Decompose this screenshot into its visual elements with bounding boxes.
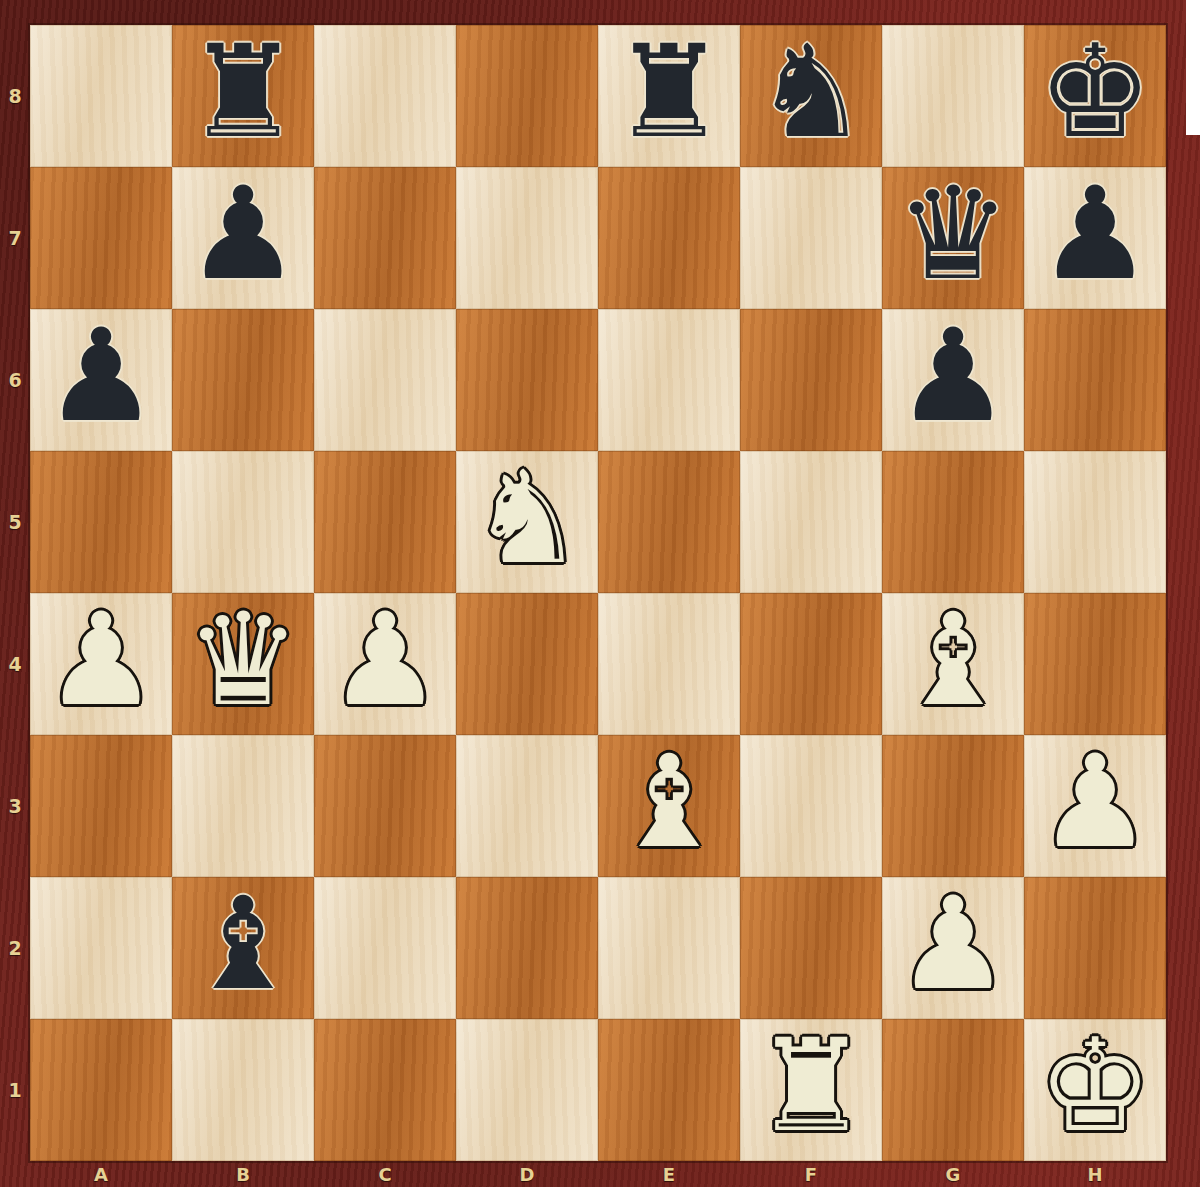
black-pawn-h7[interactable]: ♟ <box>1038 170 1153 298</box>
file-labels: ABCDEFGH <box>30 1161 1166 1187</box>
square-g6[interactable]: ♟ <box>882 309 1024 451</box>
square-a5[interactable] <box>30 451 172 593</box>
square-a2[interactable] <box>30 877 172 1019</box>
square-c7[interactable] <box>314 167 456 309</box>
square-b4[interactable]: ♛ <box>172 593 314 735</box>
square-a6[interactable]: ♟ <box>30 309 172 451</box>
square-f6[interactable] <box>740 309 882 451</box>
file-label-H: H <box>1024 1161 1166 1187</box>
chess-board: ♜♜♞♚♟♛♟♟♟♞♟♛♟♝♝♟♝♟♜♚ <box>30 25 1166 1161</box>
square-g2[interactable]: ♟ <box>882 877 1024 1019</box>
rank-label-4: 4 <box>0 593 30 735</box>
rank-label-5: 5 <box>0 451 30 593</box>
white-queen-b4[interactable]: ♛ <box>186 596 301 724</box>
white-bishop-e3[interactable]: ♝ <box>612 738 727 866</box>
square-f2[interactable] <box>740 877 882 1019</box>
square-g8[interactable] <box>882 25 1024 167</box>
square-d8[interactable] <box>456 25 598 167</box>
square-d7[interactable] <box>456 167 598 309</box>
square-g1[interactable] <box>882 1019 1024 1161</box>
file-label-A: A <box>30 1161 172 1187</box>
black-king-h8[interactable]: ♚ <box>1038 28 1153 156</box>
square-d4[interactable] <box>456 593 598 735</box>
square-e7[interactable] <box>598 167 740 309</box>
square-a4[interactable]: ♟ <box>30 593 172 735</box>
white-king-h1[interactable]: ♚ <box>1038 1022 1153 1150</box>
rank-label-3: 3 <box>0 735 30 877</box>
square-a1[interactable] <box>30 1019 172 1161</box>
square-h8[interactable]: ♚ <box>1024 25 1166 167</box>
black-knight-f8[interactable]: ♞ <box>754 28 869 156</box>
chess-board-frame: 87654321 ♜♜♞♚♟♛♟♟♟♞♟♛♟♝♝♟♝♟♜♚ ABCDEFGH <box>0 0 1200 1187</box>
square-a7[interactable] <box>30 167 172 309</box>
square-h3[interactable]: ♟ <box>1024 735 1166 877</box>
square-e6[interactable] <box>598 309 740 451</box>
square-b8[interactable]: ♜ <box>172 25 314 167</box>
square-g3[interactable] <box>882 735 1024 877</box>
square-h1[interactable]: ♚ <box>1024 1019 1166 1161</box>
square-f8[interactable]: ♞ <box>740 25 882 167</box>
white-pawn-a4[interactable]: ♟ <box>44 596 159 724</box>
square-b3[interactable] <box>172 735 314 877</box>
square-g4[interactable]: ♝ <box>882 593 1024 735</box>
square-b2[interactable]: ♝ <box>172 877 314 1019</box>
square-e1[interactable] <box>598 1019 740 1161</box>
square-h6[interactable] <box>1024 309 1166 451</box>
file-label-G: G <box>882 1161 1024 1187</box>
square-h2[interactable] <box>1024 877 1166 1019</box>
square-c6[interactable] <box>314 309 456 451</box>
square-d1[interactable] <box>456 1019 598 1161</box>
square-g5[interactable] <box>882 451 1024 593</box>
square-d6[interactable] <box>456 309 598 451</box>
square-b1[interactable] <box>172 1019 314 1161</box>
file-label-E: E <box>598 1161 740 1187</box>
square-f5[interactable] <box>740 451 882 593</box>
square-e8[interactable]: ♜ <box>598 25 740 167</box>
square-e5[interactable] <box>598 451 740 593</box>
black-rook-e8[interactable]: ♜ <box>612 28 727 156</box>
white-rook-f1[interactable]: ♜ <box>754 1022 869 1150</box>
square-c4[interactable]: ♟ <box>314 593 456 735</box>
square-c5[interactable] <box>314 451 456 593</box>
square-f1[interactable]: ♜ <box>740 1019 882 1161</box>
black-pawn-a6[interactable]: ♟ <box>44 312 159 440</box>
square-b5[interactable] <box>172 451 314 593</box>
file-label-C: C <box>314 1161 456 1187</box>
square-c8[interactable] <box>314 25 456 167</box>
square-a3[interactable] <box>30 735 172 877</box>
square-h7[interactable]: ♟ <box>1024 167 1166 309</box>
square-a8[interactable] <box>30 25 172 167</box>
rank-labels: 87654321 <box>0 25 30 1161</box>
black-queen-g7[interactable]: ♛ <box>896 170 1011 298</box>
white-pawn-c4[interactable]: ♟ <box>328 596 443 724</box>
square-f4[interactable] <box>740 593 882 735</box>
square-d5[interactable]: ♞ <box>456 451 598 593</box>
square-b7[interactable]: ♟ <box>172 167 314 309</box>
white-pawn-g2[interactable]: ♟ <box>896 880 1011 1008</box>
square-e4[interactable] <box>598 593 740 735</box>
white-bishop-g4[interactable]: ♝ <box>896 596 1011 724</box>
square-e3[interactable]: ♝ <box>598 735 740 877</box>
rank-label-2: 2 <box>0 877 30 1019</box>
black-pawn-g6[interactable]: ♟ <box>896 312 1011 440</box>
square-h5[interactable] <box>1024 451 1166 593</box>
black-rook-b8[interactable]: ♜ <box>186 28 301 156</box>
square-f3[interactable] <box>740 735 882 877</box>
square-g7[interactable]: ♛ <box>882 167 1024 309</box>
rank-label-7: 7 <box>0 167 30 309</box>
square-c1[interactable] <box>314 1019 456 1161</box>
rank-label-1: 1 <box>0 1019 30 1161</box>
file-label-B: B <box>172 1161 314 1187</box>
rank-label-6: 6 <box>0 309 30 451</box>
white-pawn-h3[interactable]: ♟ <box>1038 738 1153 866</box>
file-label-D: D <box>456 1161 598 1187</box>
black-bishop-b2[interactable]: ♝ <box>186 880 301 1008</box>
square-b6[interactable] <box>172 309 314 451</box>
background-gap <box>1186 0 1200 135</box>
rank-label-8: 8 <box>0 25 30 167</box>
square-e2[interactable] <box>598 877 740 1019</box>
square-d3[interactable] <box>456 735 598 877</box>
square-h4[interactable] <box>1024 593 1166 735</box>
square-c3[interactable] <box>314 735 456 877</box>
file-label-F: F <box>740 1161 882 1187</box>
square-c2[interactable] <box>314 877 456 1019</box>
square-d2[interactable] <box>456 877 598 1019</box>
square-f7[interactable] <box>740 167 882 309</box>
white-knight-d5[interactable]: ♞ <box>470 454 585 582</box>
black-pawn-b7[interactable]: ♟ <box>186 170 301 298</box>
